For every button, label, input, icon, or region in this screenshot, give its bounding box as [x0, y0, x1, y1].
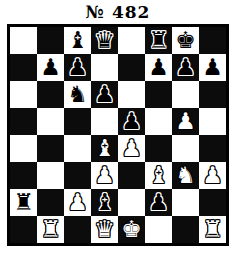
black-pawn-h7: ♟: [202, 54, 223, 81]
black-pawn-f7: ♟: [148, 54, 169, 81]
square-g3: ♞: [172, 162, 199, 189]
square-b8: [37, 27, 64, 54]
white-pawn-d3: ♟: [94, 162, 115, 189]
square-e8: [118, 27, 145, 54]
black-king-g8: ♚: [175, 27, 196, 54]
square-h5: [199, 108, 226, 135]
white-rook-b1: ♜: [40, 216, 61, 243]
white-pawn-c2: ♟: [67, 189, 88, 216]
page: № 482 ♝♛♜♚♟♟♟♟♟♞♟♟♟♝♟♟♝♞♟♜♟♝♟♜♛♚♜: [0, 0, 236, 260]
square-h1: ♜: [199, 216, 226, 243]
square-f7: ♟: [145, 54, 172, 81]
square-a3: [10, 162, 37, 189]
square-h4: [199, 135, 226, 162]
square-c5: [64, 108, 91, 135]
square-f3: ♝: [145, 162, 172, 189]
white-bishop-d4: ♝: [94, 135, 115, 162]
square-c4: [64, 135, 91, 162]
square-f5: [145, 108, 172, 135]
square-c6: ♞: [64, 81, 91, 108]
square-f4: [145, 135, 172, 162]
square-c2: ♟: [64, 189, 91, 216]
square-b1: ♜: [37, 216, 64, 243]
white-pawn-e4: ♟: [121, 135, 142, 162]
square-b2: [37, 189, 64, 216]
white-king-e1: ♚: [121, 216, 142, 243]
square-a8: [10, 27, 37, 54]
square-g7: ♟: [172, 54, 199, 81]
square-g2: [172, 189, 199, 216]
square-e4: ♟: [118, 135, 145, 162]
square-a1: [10, 216, 37, 243]
square-h7: ♟: [199, 54, 226, 81]
chess-board: ♝♛♜♚♟♟♟♟♟♞♟♟♟♝♟♟♝♞♟♜♟♝♟♜♛♚♜: [10, 27, 226, 243]
square-c7: ♟: [64, 54, 91, 81]
square-a5: [10, 108, 37, 135]
chess-board-frame: ♝♛♜♚♟♟♟♟♟♞♟♟♟♝♟♟♝♞♟♜♟♝♟♜♛♚♜: [7, 24, 229, 246]
square-f1: [145, 216, 172, 243]
square-d7: [91, 54, 118, 81]
square-g8: ♚: [172, 27, 199, 54]
square-b3: [37, 162, 64, 189]
black-bishop-c8: ♝: [67, 27, 88, 54]
square-g6: [172, 81, 199, 108]
square-d4: ♝: [91, 135, 118, 162]
square-b4: [37, 135, 64, 162]
square-d5: [91, 108, 118, 135]
square-a4: [10, 135, 37, 162]
square-g4: [172, 135, 199, 162]
square-e2: [118, 189, 145, 216]
white-queen-d1: ♛: [94, 216, 115, 243]
white-pawn-h3: ♟: [202, 162, 223, 189]
black-queen-d8: ♛: [94, 27, 115, 54]
square-e6: [118, 81, 145, 108]
black-pawn-b7: ♟: [40, 54, 61, 81]
square-c8: ♝: [64, 27, 91, 54]
square-d2: ♝: [91, 189, 118, 216]
square-a7: [10, 54, 37, 81]
square-f6: [145, 81, 172, 108]
square-f2: ♟: [145, 189, 172, 216]
square-a6: [10, 81, 37, 108]
square-c1: [64, 216, 91, 243]
white-knight-g3: ♞: [175, 162, 196, 189]
square-d6: ♟: [91, 81, 118, 108]
square-h2: [199, 189, 226, 216]
white-rook-h1: ♜: [202, 216, 223, 243]
square-d3: ♟: [91, 162, 118, 189]
black-pawn-c7: ♟: [67, 54, 88, 81]
black-pawn-d6: ♟: [94, 81, 115, 108]
square-c3: [64, 162, 91, 189]
white-bishop-f3: ♝: [148, 162, 169, 189]
black-rook-f8: ♜: [148, 27, 169, 54]
square-e7: [118, 54, 145, 81]
square-e3: [118, 162, 145, 189]
square-b5: [37, 108, 64, 135]
square-b6: [37, 81, 64, 108]
square-b7: ♟: [37, 54, 64, 81]
square-a2: ♜: [10, 189, 37, 216]
square-f8: ♜: [145, 27, 172, 54]
square-d8: ♛: [91, 27, 118, 54]
square-h8: [199, 27, 226, 54]
square-d1: ♛: [91, 216, 118, 243]
square-h3: ♟: [199, 162, 226, 189]
black-bishop-d2: ♝: [94, 189, 115, 216]
square-g5: ♟: [172, 108, 199, 135]
square-g1: [172, 216, 199, 243]
white-pawn-g5: ♟: [175, 108, 196, 135]
square-h6: [199, 81, 226, 108]
black-pawn-f2: ♟: [148, 189, 169, 216]
black-rook-a2: ♜: [13, 189, 34, 216]
black-pawn-e5: ♟: [121, 108, 142, 135]
black-knight-c6: ♞: [67, 81, 88, 108]
diagram-title: № 482: [0, 0, 236, 24]
square-e5: ♟: [118, 108, 145, 135]
black-pawn-g7: ♟: [175, 54, 196, 81]
square-e1: ♚: [118, 216, 145, 243]
